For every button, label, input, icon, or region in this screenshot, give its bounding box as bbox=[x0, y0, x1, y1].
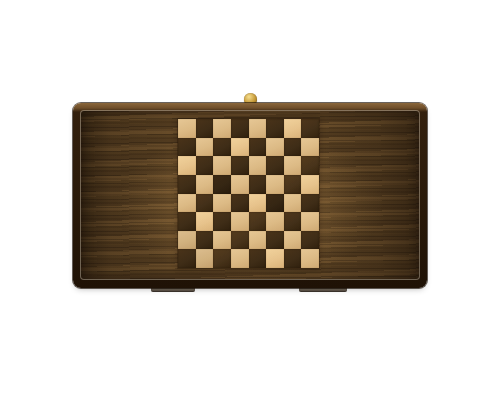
board-square-a5 bbox=[178, 175, 196, 194]
board-square-b8 bbox=[196, 119, 214, 138]
board-square-c2 bbox=[213, 231, 231, 250]
board-square-d1 bbox=[231, 249, 249, 268]
board-square-f5 bbox=[266, 175, 284, 194]
board-square-d4 bbox=[231, 194, 249, 213]
board-square-h2 bbox=[301, 231, 319, 250]
board-square-e5 bbox=[249, 175, 267, 194]
board-square-e6 bbox=[249, 156, 267, 175]
board-square-g1 bbox=[284, 249, 302, 268]
board-square-b1 bbox=[196, 249, 214, 268]
board-square-b6 bbox=[196, 156, 214, 175]
board-square-c5 bbox=[213, 175, 231, 194]
board-square-a4 bbox=[178, 194, 196, 213]
board-square-h7 bbox=[301, 138, 319, 157]
board-square-d3 bbox=[231, 212, 249, 231]
board-square-f8 bbox=[266, 119, 284, 138]
board-square-h3 bbox=[301, 212, 319, 231]
board-square-c7 bbox=[213, 138, 231, 157]
board-square-d8 bbox=[231, 119, 249, 138]
board-square-e4 bbox=[249, 194, 267, 213]
board-square-b3 bbox=[196, 212, 214, 231]
board-square-f7 bbox=[266, 138, 284, 157]
board-square-b4 bbox=[196, 194, 214, 213]
board-square-d7 bbox=[231, 138, 249, 157]
board-square-e3 bbox=[249, 212, 267, 231]
board-square-c8 bbox=[213, 119, 231, 138]
board-square-a2 bbox=[178, 231, 196, 250]
board-square-a1 bbox=[178, 249, 196, 268]
board-square-e2 bbox=[249, 231, 267, 250]
board-square-f2 bbox=[266, 231, 284, 250]
board-square-g4 bbox=[284, 194, 302, 213]
board-square-h4 bbox=[301, 194, 319, 213]
board-square-h8 bbox=[301, 119, 319, 138]
board-square-f3 bbox=[266, 212, 284, 231]
lid-wood-surface bbox=[81, 111, 419, 279]
board-square-a6 bbox=[178, 156, 196, 175]
board-square-g3 bbox=[284, 212, 302, 231]
board-square-c3 bbox=[213, 212, 231, 231]
board-square-a8 bbox=[178, 119, 196, 138]
board-square-d6 bbox=[231, 156, 249, 175]
product-photo-scene bbox=[0, 0, 500, 400]
board-square-g7 bbox=[284, 138, 302, 157]
board-square-g2 bbox=[284, 231, 302, 250]
wooden-box-lid bbox=[73, 103, 427, 288]
board-square-f1 bbox=[266, 249, 284, 268]
board-square-c4 bbox=[213, 194, 231, 213]
board-square-c6 bbox=[213, 156, 231, 175]
board-square-f6 bbox=[266, 156, 284, 175]
board-square-b2 bbox=[196, 231, 214, 250]
board-square-b7 bbox=[196, 138, 214, 157]
board-square-h5 bbox=[301, 175, 319, 194]
board-square-h6 bbox=[301, 156, 319, 175]
board-square-c1 bbox=[213, 249, 231, 268]
board-square-d2 bbox=[231, 231, 249, 250]
board-square-g8 bbox=[284, 119, 302, 138]
board-square-e8 bbox=[249, 119, 267, 138]
checkerboard-inlay bbox=[178, 119, 319, 268]
board-square-b5 bbox=[196, 175, 214, 194]
board-square-g5 bbox=[284, 175, 302, 194]
board-square-f4 bbox=[266, 194, 284, 213]
board-square-h1 bbox=[301, 249, 319, 268]
board-square-e1 bbox=[249, 249, 267, 268]
board-square-a7 bbox=[178, 138, 196, 157]
board-square-d5 bbox=[231, 175, 249, 194]
board-square-a3 bbox=[178, 212, 196, 231]
board-square-g6 bbox=[284, 156, 302, 175]
board-square-e7 bbox=[249, 138, 267, 157]
